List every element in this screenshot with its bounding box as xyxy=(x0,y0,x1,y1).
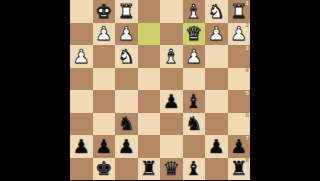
square-c6[interactable]: ♞ xyxy=(183,113,206,136)
square-h8[interactable] xyxy=(70,158,93,181)
square-g1[interactable]: ♚ xyxy=(93,0,116,23)
square-a3[interactable]: 3 xyxy=(228,45,251,68)
square-e4[interactable] xyxy=(138,68,161,91)
piece-white-knight[interactable]: ♞ xyxy=(205,0,228,23)
square-c1[interactable]: ♝ xyxy=(183,0,206,23)
square-e7[interactable] xyxy=(138,135,161,158)
square-a8[interactable]: ♜8 xyxy=(228,158,251,181)
square-c8[interactable]: ♝ xyxy=(183,158,206,181)
square-e6[interactable] xyxy=(138,113,161,136)
piece-white-king[interactable]: ♚ xyxy=(93,0,116,23)
square-b6[interactable] xyxy=(205,113,228,136)
square-f5[interactable] xyxy=(115,90,138,113)
square-h2[interactable] xyxy=(70,23,93,46)
rank-label-1: 1 xyxy=(245,1,249,7)
square-d7[interactable] xyxy=(160,135,183,158)
square-h3[interactable]: ♟︎ xyxy=(70,45,93,68)
square-h6[interactable] xyxy=(70,113,93,136)
square-b8[interactable] xyxy=(205,158,228,181)
square-g7[interactable]: ♟︎ xyxy=(93,135,116,158)
square-d6[interactable] xyxy=(160,113,183,136)
piece-black-pawn[interactable]: ♟︎ xyxy=(115,135,138,158)
piece-black-pawn[interactable]: ♟︎ xyxy=(93,135,116,158)
rank-label-7: 7 xyxy=(245,136,249,142)
square-a5[interactable]: 5 xyxy=(228,90,251,113)
square-h5[interactable] xyxy=(70,90,93,113)
piece-black-knight[interactable]: ♞ xyxy=(115,113,138,136)
rank-label-2: 2 xyxy=(245,23,249,29)
square-f4[interactable] xyxy=(115,68,138,91)
square-c2[interactable]: ♛ xyxy=(183,23,206,46)
piece-black-knight[interactable]: ♞ xyxy=(183,113,206,136)
piece-white-pawn[interactable]: ♟︎ xyxy=(205,23,228,46)
square-b1[interactable]: ♞ xyxy=(205,0,228,23)
square-h4[interactable] xyxy=(70,68,93,91)
piece-white-pawn[interactable]: ♟︎ xyxy=(115,23,138,46)
square-b5[interactable] xyxy=(205,90,228,113)
piece-white-knight[interactable]: ♞ xyxy=(115,45,138,68)
square-a7[interactable]: ♟︎7 xyxy=(228,135,251,158)
rank-label-6: 6 xyxy=(245,113,249,119)
rank-label-3: 3 xyxy=(245,46,249,52)
piece-black-bishop[interactable]: ♝ xyxy=(183,90,206,113)
square-d5[interactable]: ♟︎ xyxy=(160,90,183,113)
square-b2[interactable]: ♟︎ xyxy=(205,23,228,46)
square-f8[interactable] xyxy=(115,158,138,181)
square-g3[interactable] xyxy=(93,45,116,68)
square-a1[interactable]: ♜1 xyxy=(228,0,251,23)
square-a2[interactable]: ♟︎2 xyxy=(228,23,251,46)
piece-white-pawn[interactable]: ♟︎ xyxy=(93,23,116,46)
piece-white-bishop[interactable]: ♝ xyxy=(160,45,183,68)
piece-black-queen[interactable]: ♛ xyxy=(160,158,183,181)
square-c3[interactable]: ♟︎ xyxy=(183,45,206,68)
piece-white-rook[interactable]: ♜ xyxy=(115,0,138,23)
square-d4[interactable] xyxy=(160,68,183,91)
square-h7[interactable]: ♟︎ xyxy=(70,135,93,158)
square-e8[interactable]: ♜ xyxy=(138,158,161,181)
square-b7[interactable]: ♟︎ xyxy=(205,135,228,158)
square-c7[interactable] xyxy=(183,135,206,158)
square-f1[interactable]: ♜ xyxy=(115,0,138,23)
rank-label-5: 5 xyxy=(245,91,249,97)
square-a4[interactable]: 4 xyxy=(228,68,251,91)
video-frame: ♚♜♝♞♜1♟︎♟︎♛♟︎♟︎2♟︎♞♝♟︎34♟︎♝5♞♞6♟︎♟︎♟︎♟︎♟… xyxy=(0,0,320,180)
square-b3[interactable] xyxy=(205,45,228,68)
piece-white-queen[interactable]: ♛ xyxy=(183,23,206,46)
piece-black-pawn[interactable]: ♟︎ xyxy=(70,135,93,158)
square-g2[interactable]: ♟︎ xyxy=(93,23,116,46)
square-g4[interactable] xyxy=(93,68,116,91)
piece-white-pawn[interactable]: ♟︎ xyxy=(183,45,206,68)
square-f2[interactable]: ♟︎ xyxy=(115,23,138,46)
piece-black-pawn[interactable]: ♟︎ xyxy=(205,135,228,158)
piece-white-pawn[interactable]: ♟︎ xyxy=(70,45,93,68)
rank-label-4: 4 xyxy=(245,68,249,74)
square-g6[interactable] xyxy=(93,113,116,136)
square-h1[interactable] xyxy=(70,0,93,23)
square-d8[interactable]: ♛ xyxy=(160,158,183,181)
square-d2[interactable] xyxy=(160,23,183,46)
square-d1[interactable] xyxy=(160,0,183,23)
square-e5[interactable] xyxy=(138,90,161,113)
square-g5[interactable] xyxy=(93,90,116,113)
square-f3[interactable]: ♞ xyxy=(115,45,138,68)
chess-board[interactable]: ♚♜♝♞♜1♟︎♟︎♛♟︎♟︎2♟︎♞♝♟︎34♟︎♝5♞♞6♟︎♟︎♟︎♟︎♟… xyxy=(70,0,250,180)
square-c5[interactable]: ♝ xyxy=(183,90,206,113)
piece-black-pawn[interactable]: ♟︎ xyxy=(160,90,183,113)
piece-white-bishop[interactable]: ♝ xyxy=(183,0,206,23)
square-f7[interactable]: ♟︎ xyxy=(115,135,138,158)
rank-label-8: 8 xyxy=(245,158,249,164)
square-d3[interactable]: ♝ xyxy=(160,45,183,68)
square-c4[interactable] xyxy=(183,68,206,91)
piece-black-bishop[interactable]: ♝ xyxy=(183,158,206,181)
square-e3[interactable] xyxy=(138,45,161,68)
square-g8[interactable]: ♚ xyxy=(93,158,116,181)
piece-black-rook[interactable]: ♜ xyxy=(138,158,161,181)
square-e2[interactable] xyxy=(138,23,161,46)
square-e1[interactable] xyxy=(138,0,161,23)
piece-black-king[interactable]: ♚ xyxy=(93,158,116,181)
square-f6[interactable]: ♞ xyxy=(115,113,138,136)
square-a6[interactable]: 6 xyxy=(228,113,251,136)
square-b4[interactable] xyxy=(205,68,228,91)
